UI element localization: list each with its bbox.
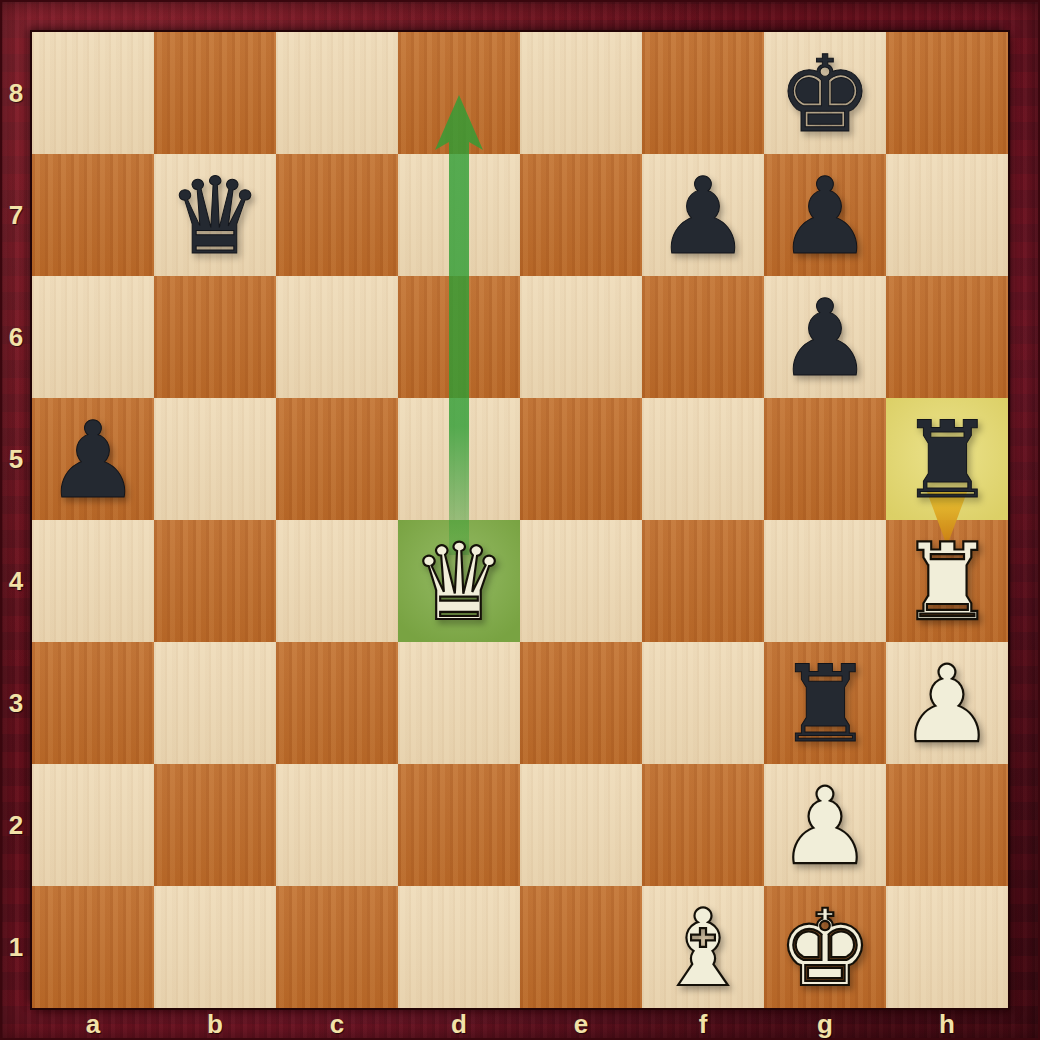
file-label-a: a <box>32 1008 154 1040</box>
file-label-h: h <box>886 1008 1008 1040</box>
square-c3[interactable] <box>276 642 398 764</box>
piece-white-bishop-f1[interactable]: ♝ <box>655 896 750 1002</box>
square-c6[interactable] <box>276 276 398 398</box>
square-b3[interactable] <box>154 642 276 764</box>
square-a4[interactable] <box>32 520 154 642</box>
square-g4[interactable] <box>764 520 886 642</box>
square-e8[interactable] <box>520 32 642 154</box>
square-d3[interactable] <box>398 642 520 764</box>
square-g5[interactable] <box>764 398 886 520</box>
piece-white-pawn-g2[interactable]: ♟ <box>777 774 872 880</box>
square-e6[interactable] <box>520 276 642 398</box>
square-b4[interactable] <box>154 520 276 642</box>
rank-label-8: 8 <box>0 32 32 154</box>
square-h4[interactable]: ♜ <box>886 520 1008 642</box>
square-g1[interactable]: ♚ <box>764 886 886 1008</box>
square-a5[interactable]: ♟ <box>32 398 154 520</box>
square-h5[interactable]: ♜ <box>886 398 1008 520</box>
square-b1[interactable] <box>154 886 276 1008</box>
rank-label-3: 3 <box>0 642 32 764</box>
square-d1[interactable] <box>398 886 520 1008</box>
square-h2[interactable] <box>886 764 1008 886</box>
rank-labels: 87654321 <box>0 32 32 1008</box>
rank-label-6: 6 <box>0 276 32 398</box>
square-d4[interactable]: ♛ <box>398 520 520 642</box>
piece-black-rook-g3[interactable]: ♜ <box>777 652 872 758</box>
square-h1[interactable] <box>886 886 1008 1008</box>
piece-black-king-g8[interactable]: ♚ <box>777 42 872 148</box>
square-c5[interactable] <box>276 398 398 520</box>
square-e3[interactable] <box>520 642 642 764</box>
square-g7[interactable]: ♟ <box>764 154 886 276</box>
piece-white-rook-h4[interactable]: ♜ <box>899 530 994 636</box>
square-h7[interactable] <box>886 154 1008 276</box>
square-a2[interactable] <box>32 764 154 886</box>
square-a3[interactable] <box>32 642 154 764</box>
square-f8[interactable] <box>642 32 764 154</box>
square-e2[interactable] <box>520 764 642 886</box>
file-label-e: e <box>520 1008 642 1040</box>
square-e5[interactable] <box>520 398 642 520</box>
square-c2[interactable] <box>276 764 398 886</box>
file-label-c: c <box>276 1008 398 1040</box>
rank-label-7: 7 <box>0 154 32 276</box>
square-a1[interactable] <box>32 886 154 1008</box>
chess-board: ♚♛♟♟♟♟♜♛♜♜♟♟♝♚ <box>32 32 1008 1008</box>
square-b5[interactable] <box>154 398 276 520</box>
piece-black-pawn-f7[interactable]: ♟ <box>655 164 750 270</box>
rank-label-1: 1 <box>0 886 32 1008</box>
board-frame: 87654321 abcdefgh ♚♛♟♟♟♟♜♛♜♜♟♟♝♚ <box>0 0 1040 1040</box>
square-b8[interactable] <box>154 32 276 154</box>
square-e1[interactable] <box>520 886 642 1008</box>
rank-label-2: 2 <box>0 764 32 886</box>
square-h8[interactable] <box>886 32 1008 154</box>
square-g3[interactable]: ♜ <box>764 642 886 764</box>
square-d2[interactable] <box>398 764 520 886</box>
square-d8[interactable] <box>398 32 520 154</box>
square-a7[interactable] <box>32 154 154 276</box>
square-b6[interactable] <box>154 276 276 398</box>
rank-label-4: 4 <box>0 520 32 642</box>
square-f7[interactable]: ♟ <box>642 154 764 276</box>
file-label-f: f <box>642 1008 764 1040</box>
square-c4[interactable] <box>276 520 398 642</box>
square-f1[interactable]: ♝ <box>642 886 764 1008</box>
piece-black-rook-h5[interactable]: ♜ <box>899 408 994 514</box>
piece-black-queen-b7[interactable]: ♛ <box>167 164 262 270</box>
square-f6[interactable] <box>642 276 764 398</box>
square-a8[interactable] <box>32 32 154 154</box>
chess-board-grid: ♚♛♟♟♟♟♜♛♜♜♟♟♝♚ <box>32 32 1008 1008</box>
file-label-g: g <box>764 1008 886 1040</box>
piece-black-pawn-a5[interactable]: ♟ <box>45 408 140 514</box>
square-e7[interactable] <box>520 154 642 276</box>
piece-white-king-g1[interactable]: ♚ <box>777 896 872 1002</box>
piece-white-queen-d4[interactable]: ♛ <box>411 530 506 636</box>
file-label-b: b <box>154 1008 276 1040</box>
square-f3[interactable] <box>642 642 764 764</box>
square-c8[interactable] <box>276 32 398 154</box>
piece-black-pawn-g7[interactable]: ♟ <box>777 164 872 270</box>
file-labels: abcdefgh <box>32 1008 1008 1040</box>
square-c7[interactable] <box>276 154 398 276</box>
square-a6[interactable] <box>32 276 154 398</box>
square-e4[interactable] <box>520 520 642 642</box>
square-b2[interactable] <box>154 764 276 886</box>
square-g2[interactable]: ♟ <box>764 764 886 886</box>
square-f5[interactable] <box>642 398 764 520</box>
rank-label-5: 5 <box>0 398 32 520</box>
square-d6[interactable] <box>398 276 520 398</box>
square-g6[interactable]: ♟ <box>764 276 886 398</box>
square-g8[interactable]: ♚ <box>764 32 886 154</box>
square-h6[interactable] <box>886 276 1008 398</box>
piece-black-pawn-g6[interactable]: ♟ <box>777 286 872 392</box>
square-f2[interactable] <box>642 764 764 886</box>
square-c1[interactable] <box>276 886 398 1008</box>
square-h3[interactable]: ♟ <box>886 642 1008 764</box>
square-b7[interactable]: ♛ <box>154 154 276 276</box>
square-d7[interactable] <box>398 154 520 276</box>
piece-white-pawn-h3[interactable]: ♟ <box>899 652 994 758</box>
file-label-d: d <box>398 1008 520 1040</box>
square-f4[interactable] <box>642 520 764 642</box>
square-d5[interactable] <box>398 398 520 520</box>
